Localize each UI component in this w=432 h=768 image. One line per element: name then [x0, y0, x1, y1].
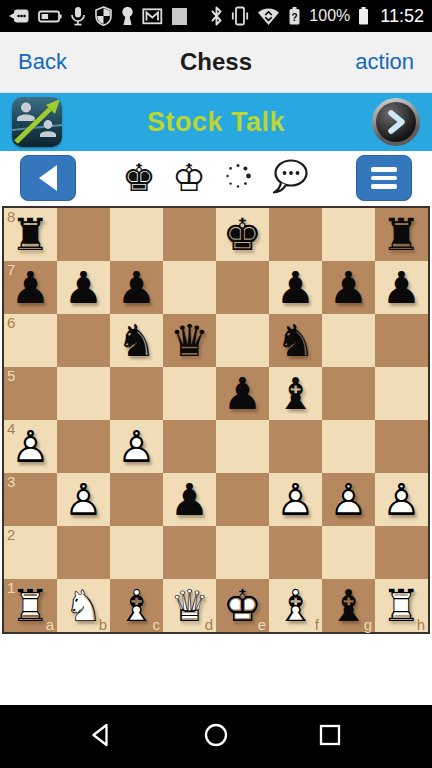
square-b3[interactable]: ♟♙	[57, 473, 110, 526]
square-g3[interactable]: ♟♙	[322, 473, 375, 526]
android-recents-button[interactable]	[317, 722, 343, 752]
back-button[interactable]: Back	[0, 49, 85, 75]
notification-square-icon	[171, 7, 188, 26]
square-d7[interactable]	[163, 261, 216, 314]
chevron-right-circle-icon[interactable]	[372, 98, 420, 146]
square-a8[interactable]: 8♜	[4, 208, 57, 261]
board-area: 8♜♚♜7♟♟♟♟♟♟6♞♛♞5♟♝4♟♙♟♙3♟♙♟♟♙♟♙♟♙21a♜♖b♞…	[0, 206, 432, 634]
battery-horizontal-icon	[38, 9, 62, 24]
white-king-icon[interactable]: ♔	[172, 158, 206, 198]
square-e4[interactable]	[216, 420, 269, 473]
square-f3[interactable]: ♟♙	[269, 473, 322, 526]
black-pawn: ♟	[322, 261, 375, 314]
black-king: ♚	[216, 208, 269, 261]
square-g6[interactable]	[322, 314, 375, 367]
square-a6[interactable]: 6	[4, 314, 57, 367]
white-pawn: ♟♙	[4, 420, 57, 473]
black-pawn: ♟	[163, 473, 216, 526]
dotted-circle-icon[interactable]	[222, 160, 254, 196]
square-h6[interactable]	[375, 314, 428, 367]
home-circle-icon	[203, 722, 229, 752]
square-g8[interactable]	[322, 208, 375, 261]
back-triangle-icon	[39, 165, 57, 191]
square-e8[interactable]: ♚	[216, 208, 269, 261]
square-f5[interactable]: ♝	[269, 367, 322, 420]
square-c6[interactable]: ♞	[110, 314, 163, 367]
white-bishop: ♝♗	[110, 579, 163, 632]
square-e1[interactable]: e♚♔	[216, 579, 269, 632]
back-triangle-icon	[89, 722, 115, 752]
square-a7[interactable]: 7♟	[4, 261, 57, 314]
square-f4[interactable]	[269, 420, 322, 473]
white-pawn: ♟♙	[375, 473, 428, 526]
square-g4[interactable]	[322, 420, 375, 473]
black-king-icon[interactable]: ♚	[122, 158, 156, 198]
square-a1[interactable]: 1a♜♖	[4, 579, 57, 632]
white-pawn: ♟♙	[110, 420, 163, 473]
keyhole-icon	[121, 6, 134, 26]
white-bishop: ♝♗	[269, 579, 322, 632]
square-h2[interactable]	[375, 526, 428, 579]
square-b7[interactable]: ♟	[57, 261, 110, 314]
square-c1[interactable]: c♝♗	[110, 579, 163, 632]
square-g2[interactable]	[322, 526, 375, 579]
rank-label: 2	[7, 526, 15, 543]
microphone-icon	[70, 6, 86, 26]
square-h1[interactable]: h♜♖	[375, 579, 428, 632]
square-b8[interactable]	[57, 208, 110, 261]
black-pawn: ♟	[216, 367, 269, 420]
square-c3[interactable]	[110, 473, 163, 526]
black-pawn: ♟	[110, 261, 163, 314]
battery-full-icon	[357, 6, 370, 26]
white-rook: ♜♖	[375, 579, 428, 632]
square-f8[interactable]	[269, 208, 322, 261]
black-pawn: ♟	[57, 261, 110, 314]
black-knight: ♞	[269, 314, 322, 367]
white-knight: ♞♘	[57, 579, 110, 632]
black-queen: ♛	[163, 314, 216, 367]
square-d8[interactable]	[163, 208, 216, 261]
square-e5[interactable]: ♟	[216, 367, 269, 420]
rank-label: 3	[7, 473, 15, 490]
square-h7[interactable]: ♟	[375, 261, 428, 314]
white-king: ♚♔	[216, 579, 269, 632]
svg-text:?: ?	[292, 12, 298, 23]
android-back-button[interactable]	[89, 722, 115, 752]
hamburger-menu-icon	[371, 167, 397, 189]
ad-title: Stock Talk	[70, 107, 362, 138]
square-f2[interactable]	[269, 526, 322, 579]
square-d1[interactable]: d♛♕	[163, 579, 216, 632]
title-bar: Back Chess action	[0, 32, 432, 93]
square-h3[interactable]: ♟♙	[375, 473, 428, 526]
black-knight: ♞	[110, 314, 163, 367]
chess-board: 8♜♚♜7♟♟♟♟♟♟6♞♛♞5♟♝4♟♙♟♙3♟♙♟♟♙♟♙♟♙21a♜♖b♞…	[2, 206, 430, 634]
square-e3[interactable]	[216, 473, 269, 526]
menu-button[interactable]	[356, 155, 412, 201]
square-b5[interactable]	[57, 367, 110, 420]
square-a3[interactable]: 3	[4, 473, 57, 526]
square-c5[interactable]	[110, 367, 163, 420]
square-f7[interactable]: ♟	[269, 261, 322, 314]
stock-talk-app-icon[interactable]	[12, 97, 62, 147]
square-c4[interactable]: ♟♙	[110, 420, 163, 473]
black-pawn: ♟	[269, 261, 322, 314]
white-queen: ♛♕	[163, 579, 216, 632]
square-b1[interactable]: b♞♘	[57, 579, 110, 632]
square-b4[interactable]	[57, 420, 110, 473]
square-g5[interactable]	[322, 367, 375, 420]
wifi-icon	[257, 7, 280, 26]
rank-label: 6	[7, 314, 15, 331]
black-bishop: ♝	[322, 579, 375, 632]
rank-label: 5	[7, 367, 15, 384]
square-f6[interactable]: ♞	[269, 314, 322, 367]
battery-percent: 100%	[309, 7, 350, 25]
square-b6[interactable]	[57, 314, 110, 367]
square-d4[interactable]	[163, 420, 216, 473]
black-pawn: ♟	[375, 261, 428, 314]
black-pawn: ♟	[4, 261, 57, 314]
white-pawn: ♟♙	[269, 473, 322, 526]
black-rook: ♜	[375, 208, 428, 261]
undo-move-button[interactable]	[20, 155, 76, 201]
vibrate-icon	[230, 6, 250, 26]
square-c8[interactable]	[110, 208, 163, 261]
speech-bubble-icon[interactable]	[270, 158, 310, 198]
clock: 11:52	[380, 6, 424, 27]
gmail-icon	[142, 8, 163, 25]
android-home-button[interactable]	[203, 722, 229, 752]
square-f1[interactable]: f♝♗	[269, 579, 322, 632]
action-button[interactable]: action	[337, 49, 432, 75]
square-a5[interactable]: 5	[4, 367, 57, 420]
square-d3[interactable]: ♟	[163, 473, 216, 526]
shield-icon	[94, 6, 113, 26]
message-ellipsis-icon	[8, 7, 30, 25]
square-g1[interactable]: g♝	[322, 579, 375, 632]
square-a4[interactable]: 4♟♙	[4, 420, 57, 473]
bottom-whitespace	[0, 634, 432, 705]
square-b2[interactable]	[57, 526, 110, 579]
black-bishop: ♝	[269, 367, 322, 420]
square-e2[interactable]	[216, 526, 269, 579]
square-h8[interactable]: ♜	[375, 208, 428, 261]
app-screen: ? 100% 11:52 Back Chess action Stock Tal…	[0, 0, 432, 768]
square-d5[interactable]	[163, 367, 216, 420]
square-h5[interactable]	[375, 367, 428, 420]
square-g7[interactable]: ♟	[322, 261, 375, 314]
black-rook: ♜	[4, 208, 57, 261]
white-rook: ♜♖	[4, 579, 57, 632]
status-bar-system-icons: ? 100% 11:52	[210, 6, 424, 27]
white-pawn: ♟♙	[322, 473, 375, 526]
square-e7[interactable]	[216, 261, 269, 314]
android-navigation-bar	[0, 705, 432, 768]
square-c7[interactable]: ♟	[110, 261, 163, 314]
bluetooth-icon	[210, 6, 223, 26]
square-h4[interactable]	[375, 420, 428, 473]
battery-question-icon: ?	[287, 6, 302, 26]
ad-banner[interactable]: Stock Talk	[0, 93, 432, 151]
status-bar-notification-icons	[8, 6, 188, 26]
square-a2[interactable]: 2	[4, 526, 57, 579]
recents-square-icon	[317, 722, 343, 752]
white-pawn: ♟♙	[57, 473, 110, 526]
square-d2[interactable]	[163, 526, 216, 579]
status-bar: ? 100% 11:52	[0, 0, 432, 32]
game-toolbar: ♚ ♔	[0, 151, 432, 205]
square-c2[interactable]	[110, 526, 163, 579]
square-d6[interactable]: ♛	[163, 314, 216, 367]
square-e6[interactable]	[216, 314, 269, 367]
